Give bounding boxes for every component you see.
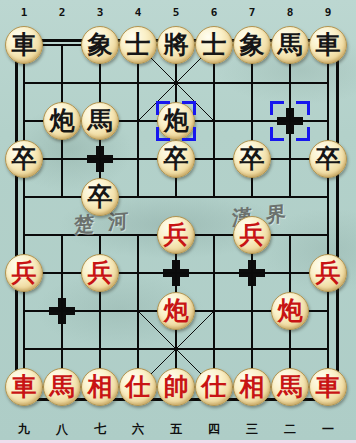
board-point-4-4[interactable] — [119, 178, 157, 216]
piece-black-general[interactable]: 將 — [157, 26, 195, 64]
board-point-1-1[interactable] — [5, 64, 43, 102]
board-point-6-6[interactable] — [195, 254, 233, 292]
board-point-9-5[interactable] — [309, 216, 347, 254]
board-point-6-7[interactable] — [195, 292, 233, 330]
vacated-point-marker — [162, 259, 190, 287]
piece-glyph: 馬 — [88, 108, 113, 133]
piece-black-soldier[interactable]: 卒 — [5, 140, 43, 178]
board-point-6-9[interactable]: 仕 — [195, 368, 233, 406]
board-point-5-6[interactable] — [157, 254, 195, 292]
board-point-5-0[interactable]: 將 — [157, 26, 195, 64]
file-label-bottom: 四 — [204, 421, 224, 438]
board-point-5-4[interactable] — [157, 178, 195, 216]
piece-glyph: 相 — [240, 374, 265, 399]
board-point-2-3[interactable] — [43, 140, 81, 178]
board-point-7-8[interactable] — [233, 330, 271, 368]
file-label-bottom: 八 — [52, 421, 72, 438]
board-point-8-9[interactable]: 馬 — [271, 368, 309, 406]
board-point-1-4[interactable] — [5, 178, 43, 216]
piece-glyph: 卒 — [240, 146, 265, 171]
file-label-top: 5 — [166, 6, 186, 19]
board-point-9-1[interactable] — [309, 64, 347, 102]
piece-glyph: 兵 — [12, 260, 37, 285]
piece-glyph: 馬 — [278, 32, 303, 57]
piece-red-rook[interactable]: 車 — [5, 368, 43, 406]
board-point-7-6[interactable] — [233, 254, 271, 292]
piece-black-cannon[interactable]: 炮 — [43, 102, 81, 140]
board-point-8-7[interactable]: 炮 — [271, 292, 309, 330]
board-point-9-4[interactable] — [309, 178, 347, 216]
board-point-7-2[interactable] — [233, 102, 271, 140]
piece-glyph: 卒 — [88, 184, 113, 209]
board-point-6-2[interactable] — [195, 102, 233, 140]
piece-glyph: 兵 — [164, 222, 189, 247]
file-label-bottom: 五 — [166, 421, 186, 438]
board-point-6-0[interactable]: 士 — [195, 26, 233, 64]
board-point-1-3[interactable]: 卒 — [5, 140, 43, 178]
piece-black-soldier[interactable]: 卒 — [309, 140, 347, 178]
board-point-6-1[interactable] — [195, 64, 233, 102]
board-point-8-1[interactable] — [271, 64, 309, 102]
piece-glyph: 象 — [240, 32, 265, 57]
board-point-8-0[interactable]: 馬 — [271, 26, 309, 64]
board-point-5-2[interactable]: 炮 — [157, 102, 195, 140]
board-point-7-4[interactable] — [233, 178, 271, 216]
piece-black-soldier[interactable]: 卒 — [81, 178, 119, 216]
piece-glyph: 士 — [202, 32, 227, 57]
board-point-5-7[interactable]: 炮 — [157, 292, 195, 330]
board-point-3-7[interactable] — [81, 292, 119, 330]
piece-red-soldier[interactable]: 兵 — [5, 254, 43, 292]
file-label-top: 8 — [280, 6, 300, 19]
piece-black-advisor[interactable]: 士 — [195, 26, 233, 64]
board-point-1-6[interactable]: 兵 — [5, 254, 43, 292]
piece-red-cannon[interactable]: 炮 — [271, 292, 309, 330]
board-point-2-9[interactable]: 馬 — [43, 368, 81, 406]
board-point-4-9[interactable]: 仕 — [119, 368, 157, 406]
board-point-2-4[interactable] — [43, 178, 81, 216]
file-label-bottom: 七 — [90, 421, 110, 438]
file-label-top: 1 — [14, 6, 34, 19]
file-label-bottom: 六 — [128, 421, 148, 438]
piece-glyph: 車 — [316, 374, 341, 399]
board-point-2-2[interactable]: 炮 — [43, 102, 81, 140]
piece-glyph: 象 — [88, 32, 113, 57]
board-point-2-0[interactable] — [43, 26, 81, 64]
vacated-point-marker — [48, 297, 76, 325]
piece-glyph: 仕 — [126, 374, 151, 399]
file-label-bottom: 二 — [280, 421, 300, 438]
board-point-8-4[interactable] — [271, 178, 309, 216]
piece-red-soldier[interactable]: 兵 — [81, 254, 119, 292]
board-point-3-2[interactable]: 馬 — [81, 102, 119, 140]
file-label-top: 3 — [90, 6, 110, 19]
board-point-3-4[interactable]: 卒 — [81, 178, 119, 216]
piece-glyph: 兵 — [316, 260, 341, 285]
board-point-4-6[interactable] — [119, 254, 157, 292]
board-point-7-3[interactable]: 卒 — [233, 140, 271, 178]
piece-black-cannon[interactable]: 炮 — [157, 102, 195, 140]
board-point-5-9[interactable]: 帥 — [157, 368, 195, 406]
piece-red-horse[interactable]: 馬 — [271, 368, 309, 406]
vacated-point-marker — [86, 145, 114, 173]
piece-glyph: 炮 — [164, 298, 189, 323]
piece-black-horse[interactable]: 馬 — [271, 26, 309, 64]
piece-red-general[interactable]: 帥 — [157, 368, 195, 406]
file-label-bottom: 三 — [242, 421, 262, 438]
vacated-point-marker — [276, 107, 304, 135]
piece-red-soldier[interactable]: 兵 — [309, 254, 347, 292]
board-point-7-7[interactable] — [233, 292, 271, 330]
board-point-3-1[interactable] — [81, 64, 119, 102]
piece-glyph: 炮 — [164, 108, 189, 133]
piece-glyph: 兵 — [88, 260, 113, 285]
board-point-6-8[interactable] — [195, 330, 233, 368]
piece-red-advisor[interactable]: 仕 — [119, 368, 157, 406]
piece-glyph: 馬 — [50, 374, 75, 399]
piece-black-rook[interactable]: 車 — [5, 26, 43, 64]
piece-red-cannon[interactable]: 炮 — [157, 292, 195, 330]
board-point-1-7[interactable] — [5, 292, 43, 330]
board-point-4-3[interactable] — [119, 140, 157, 178]
board-point-9-7[interactable] — [309, 292, 347, 330]
vacated-point-marker — [238, 259, 266, 287]
board-point-1-0[interactable]: 車 — [5, 26, 43, 64]
board-point-7-0[interactable]: 象 — [233, 26, 271, 64]
board-point-3-3[interactable] — [81, 140, 119, 178]
board-point-3-6[interactable]: 兵 — [81, 254, 119, 292]
board-point-4-8[interactable] — [119, 330, 157, 368]
piece-glyph: 炮 — [50, 108, 75, 133]
board-point-6-5[interactable] — [195, 216, 233, 254]
board-point-3-5[interactable] — [81, 216, 119, 254]
piece-glyph: 卒 — [164, 146, 189, 171]
board-point-9-8[interactable] — [309, 330, 347, 368]
file-label-top: 4 — [128, 6, 148, 19]
file-label-top: 7 — [242, 6, 262, 19]
piece-black-soldier[interactable]: 卒 — [157, 140, 195, 178]
board-point-7-1[interactable] — [233, 64, 271, 102]
board-point-1-5[interactable] — [5, 216, 43, 254]
file-label-top: 2 — [52, 6, 72, 19]
piece-glyph: 車 — [12, 32, 37, 57]
board-point-8-2[interactable] — [271, 102, 309, 140]
last-move-bracket — [270, 101, 310, 141]
piece-glyph: 卒 — [12, 146, 37, 171]
board-point-9-2[interactable] — [309, 102, 347, 140]
piece-glyph: 士 — [126, 32, 151, 57]
piece-glyph: 車 — [12, 374, 37, 399]
piece-glyph: 相 — [88, 374, 113, 399]
board-point-5-5[interactable]: 兵 — [157, 216, 195, 254]
board-point-4-5[interactable] — [119, 216, 157, 254]
board-point-4-2[interactable] — [119, 102, 157, 140]
board-point-3-9[interactable]: 相 — [81, 368, 119, 406]
piece-black-elephant[interactable]: 象 — [233, 26, 271, 64]
piece-glyph: 馬 — [278, 374, 303, 399]
board-point-8-5[interactable] — [271, 216, 309, 254]
file-label-top: 9 — [318, 6, 338, 19]
file-label-bottom: 九 — [14, 421, 34, 438]
piece-black-soldier[interactable]: 卒 — [233, 140, 271, 178]
board-point-6-4[interactable] — [195, 178, 233, 216]
board-point-9-6[interactable]: 兵 — [309, 254, 347, 292]
board-point-2-5[interactable] — [43, 216, 81, 254]
board-point-5-3[interactable]: 卒 — [157, 140, 195, 178]
board-point-4-1[interactable] — [119, 64, 157, 102]
piece-glyph: 將 — [164, 32, 189, 57]
piece-glyph: 車 — [316, 32, 341, 57]
board-point-7-9[interactable]: 相 — [233, 368, 271, 406]
board-point-9-0[interactable]: 車 — [309, 26, 347, 64]
board-point-3-8[interactable] — [81, 330, 119, 368]
piece-red-advisor[interactable]: 仕 — [195, 368, 233, 406]
piece-glyph: 卒 — [316, 146, 341, 171]
piece-glyph: 帥 — [164, 374, 189, 399]
board-point-2-7[interactable] — [43, 292, 81, 330]
board-point-8-8[interactable] — [271, 330, 309, 368]
board-point-2-1[interactable] — [43, 64, 81, 102]
file-label-bottom: 一 — [318, 421, 338, 438]
board-point-9-9[interactable]: 車 — [309, 368, 347, 406]
piece-red-soldier[interactable]: 兵 — [233, 216, 271, 254]
board-point-2-6[interactable] — [43, 254, 81, 292]
piece-red-elephant[interactable]: 相 — [81, 368, 119, 406]
board-point-2-8[interactable] — [43, 330, 81, 368]
piece-red-elephant[interactable]: 相 — [233, 368, 271, 406]
piece-glyph: 仕 — [202, 374, 227, 399]
board-point-8-6[interactable] — [271, 254, 309, 292]
piece-glyph: 兵 — [240, 222, 265, 247]
board-point-5-1[interactable] — [157, 64, 195, 102]
file-label-top: 6 — [204, 6, 224, 19]
board-point-1-9[interactable]: 車 — [5, 368, 43, 406]
board-point-1-8[interactable] — [5, 330, 43, 368]
piece-red-rook[interactable]: 車 — [309, 368, 347, 406]
board-point-9-3[interactable]: 卒 — [309, 140, 347, 178]
piece-red-soldier[interactable]: 兵 — [157, 216, 195, 254]
piece-glyph: 炮 — [278, 298, 303, 323]
board-point-1-2[interactable] — [5, 102, 43, 140]
piece-black-advisor[interactable]: 士 — [119, 26, 157, 64]
piece-black-horse[interactable]: 馬 — [81, 102, 119, 140]
board-point-8-3[interactable] — [271, 140, 309, 178]
board-point-6-3[interactable] — [195, 140, 233, 178]
piece-black-rook[interactable]: 車 — [309, 26, 347, 64]
board-point-4-0[interactable]: 士 — [119, 26, 157, 64]
board-point-7-5[interactable]: 兵 — [233, 216, 271, 254]
piece-red-horse[interactable]: 馬 — [43, 368, 81, 406]
xiangqi-board[interactable]: 車象士將士象馬車炮馬炮卒卒卒卒卒兵兵兵兵兵炮炮車馬相仕帥仕相馬車 — [5, 26, 347, 406]
board-point-3-0[interactable]: 象 — [81, 26, 119, 64]
piece-black-elephant[interactable]: 象 — [81, 26, 119, 64]
board-point-5-8[interactable] — [157, 330, 195, 368]
board-point-4-7[interactable] — [119, 292, 157, 330]
